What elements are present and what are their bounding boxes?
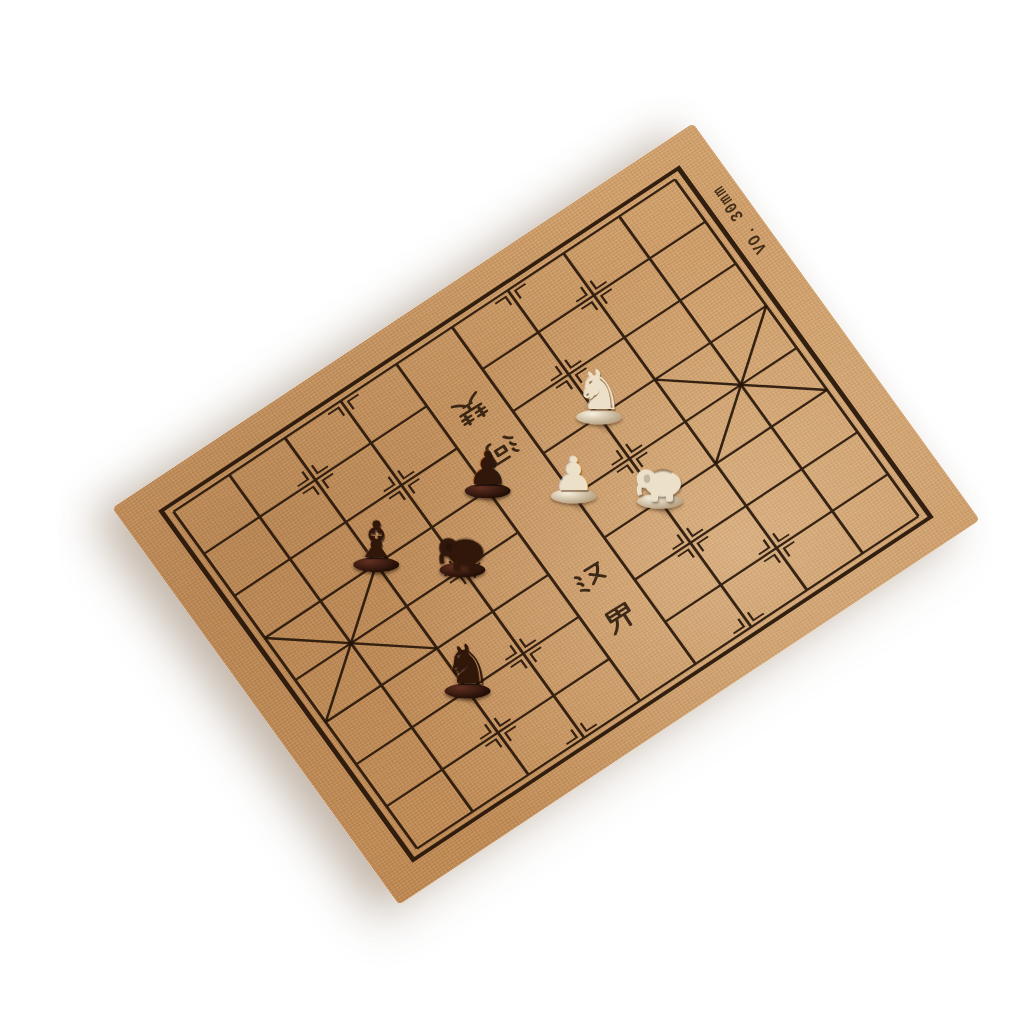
palace-diagonals [265, 306, 827, 722]
figurine: ♞ [573, 355, 625, 425]
xiangqi-cloth-mat: VO. 30mm ♞♟♟♝♞ [112, 123, 980, 905]
figurine: ♟ [462, 428, 514, 498]
product-photo-scene: VO. 30mm ♞♟♟♝♞ [0, 0, 1024, 1024]
elephant-figure [634, 458, 686, 504]
advisor-figure: ♝ [350, 515, 402, 565]
xiangqi-board-grid [112, 123, 980, 905]
figurine [436, 507, 488, 577]
horse-figure: ♞ [573, 364, 625, 418]
elephant-figure [436, 526, 488, 572]
figurine: ♝ [350, 502, 402, 572]
figurine [634, 439, 686, 509]
grid-lines [174, 179, 919, 848]
figurine: ♟ [548, 434, 600, 504]
figurine: ♞ [442, 629, 494, 699]
soldier-figure: ♟ [462, 445, 514, 491]
horse-figure: ♞ [442, 638, 494, 692]
board-border [161, 168, 931, 860]
soldier-figure: ♟ [548, 451, 600, 497]
